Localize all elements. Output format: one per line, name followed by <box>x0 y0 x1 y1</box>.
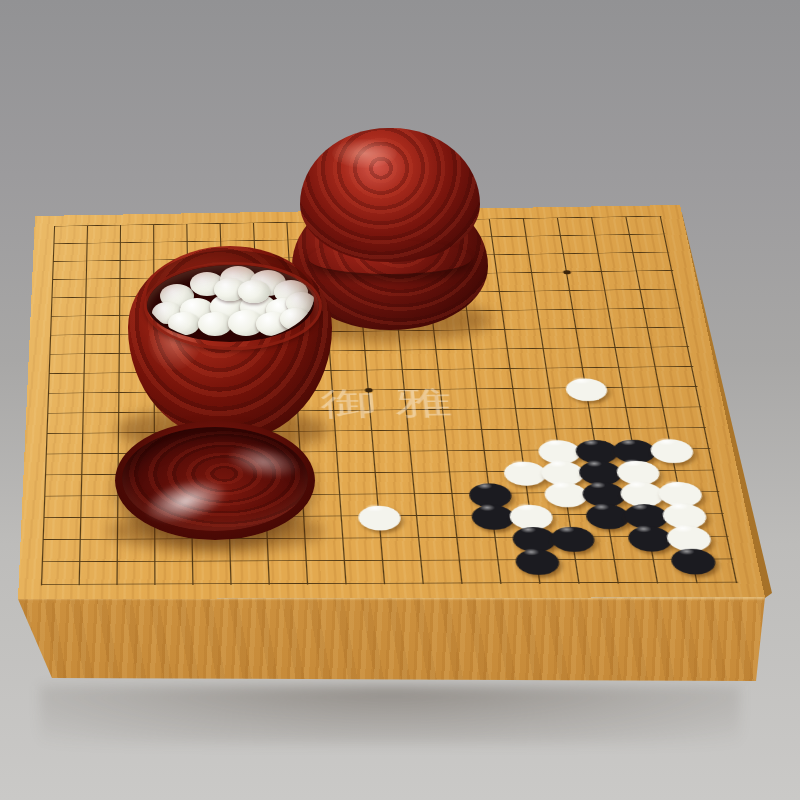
board-floor-reflection <box>40 686 740 744</box>
stone-white: ● <box>350 498 408 531</box>
star-point <box>563 270 571 274</box>
product-photo-scene: ●●●●●●●●●●●●●●●●●●●●●●●●●● 御雅 <box>0 0 800 800</box>
stone-black: ● <box>506 542 567 576</box>
open-bowl-rim <box>144 262 322 350</box>
stone-white: ● <box>557 372 616 402</box>
upturned-bowl-lid <box>115 421 315 540</box>
stone-black: ● <box>661 541 725 575</box>
open-go-bowl <box>128 246 332 440</box>
closed-bowl-lid-seam <box>308 240 472 277</box>
